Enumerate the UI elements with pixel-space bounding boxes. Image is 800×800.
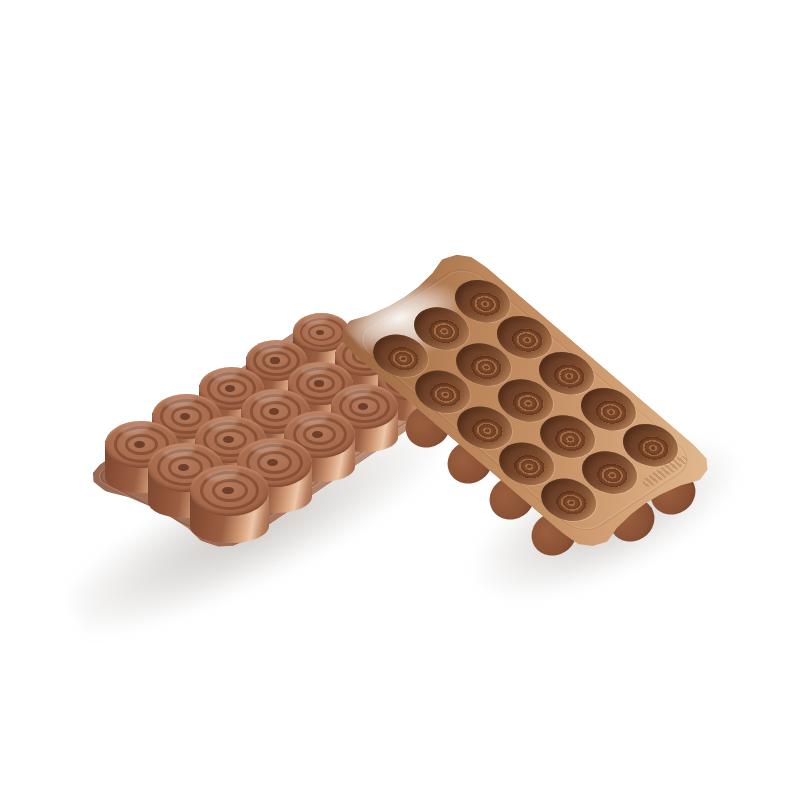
product-photo-stage [0,0,800,800]
cavity-spiral-bottom [505,323,549,357]
cavity-spiral-bottom [590,459,634,493]
cavity-spiral-bottom [547,359,591,393]
cavity-spiral-bottom [381,342,425,376]
cavity-spiral-bottom [589,395,633,429]
bump-gloss-highlight [304,314,329,326]
cavity-spiral-bottom [464,351,508,385]
cavity-spiral-bottom [631,431,675,465]
cavity-spiral-bottom [465,414,509,448]
cavity-spiral-bottom [507,450,551,484]
cavity-spiral-bottom [422,315,466,349]
cavity-spiral-bottom [549,486,593,520]
cavity-spiral-bottom [548,423,592,457]
cavity-spiral-bottom [423,378,467,412]
cavity-spiral-bottom [506,387,550,421]
cavity-spiral-bottom [463,287,507,321]
